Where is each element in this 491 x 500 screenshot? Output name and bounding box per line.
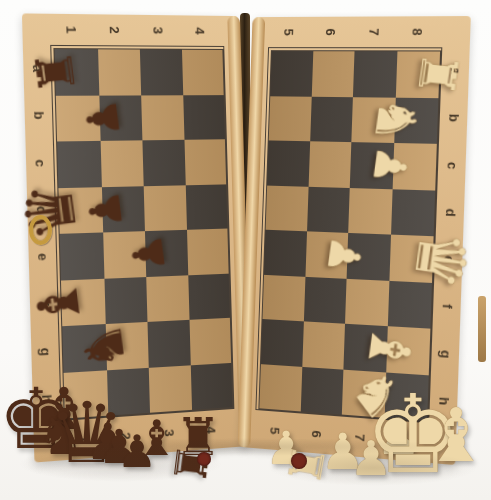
felt-base: [197, 452, 211, 466]
loose-pieces-layer: ♚♝♞♛♟♟♟♝♜♜♟♜♟♟♟♚♝: [0, 0, 491, 500]
product-photo-scene: 1234 1234 abcdefgh ♜♟♛♟♟♝♞ 5678 5678 abc…: [0, 0, 491, 500]
table-shadow: [36, 438, 456, 456]
felt-base: [291, 453, 307, 469]
